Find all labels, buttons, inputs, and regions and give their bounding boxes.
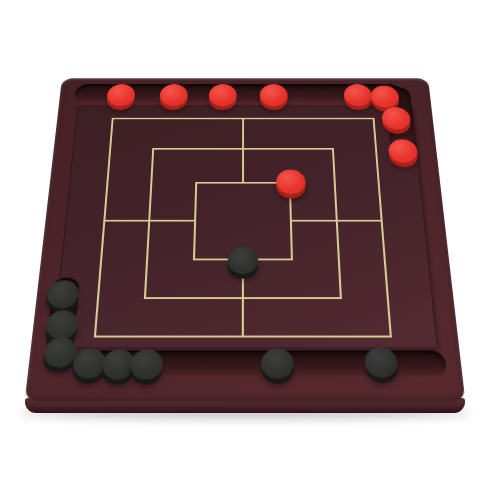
red-piece[interactable] (343, 84, 372, 106)
photo-canvas (0, 0, 490, 490)
black-piece-d3[interactable] (228, 247, 259, 274)
board-line-connector-right (292, 220, 383, 222)
red-piece[interactable] (209, 84, 237, 106)
red-piece[interactable] (260, 84, 288, 106)
morris-board (25, 78, 466, 401)
red-piece-e5[interactable] (276, 170, 306, 195)
board-line-connector-top (242, 118, 244, 182)
black-piece[interactable] (261, 348, 294, 378)
board-line-connector-left (103, 220, 194, 222)
